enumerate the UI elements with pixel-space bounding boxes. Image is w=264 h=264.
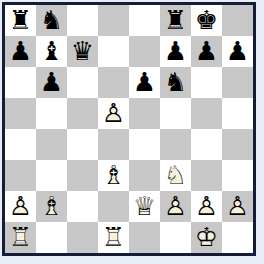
- square-e8[interactable]: [129, 5, 160, 36]
- piece-white-bishop-outline: ♗: [102, 160, 125, 191]
- piece-white-knight: ♞♘: [164, 160, 187, 191]
- piece-white-rook: ♜♖: [9, 222, 32, 253]
- square-h2[interactable]: ♟♙: [222, 191, 253, 222]
- piece-black-king: ♚: [195, 5, 218, 36]
- square-f3[interactable]: ♞♘: [160, 160, 191, 191]
- piece-black-pawn: ♟: [9, 36, 32, 67]
- piece-white-rook: ♜♖: [102, 222, 125, 253]
- square-b6[interactable]: ♟: [36, 67, 67, 98]
- square-b5[interactable]: [36, 98, 67, 129]
- piece-white-pawn: ♟♙: [102, 98, 125, 129]
- piece-black-pawn: ♟: [195, 36, 218, 67]
- square-f4[interactable]: [160, 129, 191, 160]
- square-a6[interactable]: [5, 67, 36, 98]
- piece-white-king: ♚♔: [195, 222, 218, 253]
- square-g4[interactable]: [191, 129, 222, 160]
- square-c6[interactable]: [67, 67, 98, 98]
- piece-white-bishop-outline: ♗: [40, 191, 63, 222]
- piece-black-pawn: ♟: [226, 36, 249, 67]
- piece-black-pawn: ♟: [40, 67, 63, 98]
- piece-white-pawn: ♟♙: [195, 191, 218, 222]
- square-a5[interactable]: [5, 98, 36, 129]
- square-d4[interactable]: [98, 129, 129, 160]
- square-f2[interactable]: ♟♙: [160, 191, 191, 222]
- square-h5[interactable]: [222, 98, 253, 129]
- chess-board-frame: ♜♞♜♚♟♝♛♟♟♟♟♟♞♟♙♝♗♞♘♟♙♝♗♛♕♟♙♟♙♟♙♜♖♜♖♚♔: [2, 2, 256, 256]
- square-e2[interactable]: ♛♕: [129, 191, 160, 222]
- square-h3[interactable]: [222, 160, 253, 191]
- square-h1[interactable]: [222, 222, 253, 253]
- square-f6[interactable]: ♞: [160, 67, 191, 98]
- piece-white-pawn-outline: ♙: [164, 191, 187, 222]
- piece-black-queen: ♛: [71, 36, 94, 67]
- piece-white-pawn-outline: ♙: [9, 191, 32, 222]
- square-h6[interactable]: [222, 67, 253, 98]
- square-c2[interactable]: [67, 191, 98, 222]
- square-c5[interactable]: [67, 98, 98, 129]
- piece-white-queen-outline: ♕: [133, 191, 156, 222]
- square-a3[interactable]: [5, 160, 36, 191]
- square-f7[interactable]: ♟: [160, 36, 191, 67]
- square-d5[interactable]: ♟♙: [98, 98, 129, 129]
- square-g6[interactable]: [191, 67, 222, 98]
- square-f8[interactable]: ♜: [160, 5, 191, 36]
- square-g8[interactable]: ♚: [191, 5, 222, 36]
- square-c1[interactable]: [67, 222, 98, 253]
- square-h4[interactable]: [222, 129, 253, 160]
- square-b8[interactable]: ♞: [36, 5, 67, 36]
- piece-white-pawn: ♟♙: [226, 191, 249, 222]
- square-a4[interactable]: [5, 129, 36, 160]
- square-b7[interactable]: ♝: [36, 36, 67, 67]
- piece-black-rook: ♜: [9, 5, 32, 36]
- piece-white-knight-outline: ♘: [164, 160, 187, 191]
- square-b2[interactable]: ♝♗: [36, 191, 67, 222]
- piece-white-queen: ♛♕: [133, 191, 156, 222]
- square-f1[interactable]: [160, 222, 191, 253]
- square-b3[interactable]: [36, 160, 67, 191]
- piece-white-rook-outline: ♖: [102, 222, 125, 253]
- square-b4[interactable]: [36, 129, 67, 160]
- piece-white-bishop: ♝♗: [102, 160, 125, 191]
- piece-white-pawn: ♟♙: [9, 191, 32, 222]
- square-a1[interactable]: ♜♖: [5, 222, 36, 253]
- square-c4[interactable]: [67, 129, 98, 160]
- square-d6[interactable]: [98, 67, 129, 98]
- square-d7[interactable]: [98, 36, 129, 67]
- chess-board: ♜♞♜♚♟♝♛♟♟♟♟♟♞♟♙♝♗♞♘♟♙♝♗♛♕♟♙♟♙♟♙♜♖♜♖♚♔: [5, 5, 253, 253]
- page-background: ♜♞♜♚♟♝♛♟♟♟♟♟♞♟♙♝♗♞♘♟♙♝♗♛♕♟♙♟♙♟♙♜♖♜♖♚♔: [0, 0, 264, 264]
- square-c7[interactable]: ♛: [67, 36, 98, 67]
- square-g5[interactable]: [191, 98, 222, 129]
- square-d1[interactable]: ♜♖: [98, 222, 129, 253]
- piece-white-bishop: ♝♗: [40, 191, 63, 222]
- piece-white-king-outline: ♔: [195, 222, 218, 253]
- square-d3[interactable]: ♝♗: [98, 160, 129, 191]
- square-h7[interactable]: ♟: [222, 36, 253, 67]
- square-d8[interactable]: [98, 5, 129, 36]
- piece-white-pawn-outline: ♙: [195, 191, 218, 222]
- piece-black-pawn: ♟: [133, 67, 156, 98]
- square-g7[interactable]: ♟: [191, 36, 222, 67]
- piece-white-pawn: ♟♙: [164, 191, 187, 222]
- piece-black-knight: ♞: [164, 67, 187, 98]
- square-b1[interactable]: [36, 222, 67, 253]
- square-c8[interactable]: [67, 5, 98, 36]
- square-e3[interactable]: [129, 160, 160, 191]
- square-e6[interactable]: ♟: [129, 67, 160, 98]
- square-a2[interactable]: ♟♙: [5, 191, 36, 222]
- square-a8[interactable]: ♜: [5, 5, 36, 36]
- piece-black-knight: ♞: [40, 5, 63, 36]
- square-g3[interactable]: [191, 160, 222, 191]
- square-h8[interactable]: [222, 5, 253, 36]
- square-a7[interactable]: ♟: [5, 36, 36, 67]
- square-g1[interactable]: ♚♔: [191, 222, 222, 253]
- square-e4[interactable]: [129, 129, 160, 160]
- square-e5[interactable]: [129, 98, 160, 129]
- piece-white-pawn-outline: ♙: [102, 98, 125, 129]
- piece-white-rook-outline: ♖: [9, 222, 32, 253]
- square-g2[interactable]: ♟♙: [191, 191, 222, 222]
- square-e1[interactable]: [129, 222, 160, 253]
- piece-black-rook: ♜: [164, 5, 187, 36]
- piece-black-pawn: ♟: [164, 36, 187, 67]
- piece-white-pawn-outline: ♙: [226, 191, 249, 222]
- piece-black-bishop: ♝: [40, 36, 63, 67]
- square-e7[interactable]: [129, 36, 160, 67]
- square-c3[interactable]: [67, 160, 98, 191]
- square-d2[interactable]: [98, 191, 129, 222]
- square-f5[interactable]: [160, 98, 191, 129]
